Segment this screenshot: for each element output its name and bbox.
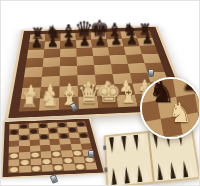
backgammon-point (133, 135, 139, 151)
backgammon-point (162, 162, 169, 179)
checkers-square (85, 162, 98, 169)
checkers-square (41, 164, 53, 171)
light-checker: ● (8, 166, 19, 174)
backgammon-point (175, 161, 182, 178)
backgammon-leaf-left (106, 133, 154, 186)
backgammon-point (115, 137, 121, 153)
backgammon-point (109, 137, 115, 153)
clasp-icon (148, 69, 154, 77)
backgammon-point (142, 164, 149, 181)
backgammon-point (181, 160, 188, 177)
backgammon-point (169, 162, 176, 179)
detail-inset: ♟ ♞ ♞ (140, 77, 200, 139)
backgammon-point (127, 135, 133, 151)
clasp-icon (88, 150, 94, 158)
backgammon-point (130, 165, 137, 182)
bg-point-row (108, 134, 148, 154)
product-photo: ♜♞♝♛♚♝♞♜♟♟♟♟♟♟♟♟♟♟♟♟♟♟♟♟♜♞♝♛♚♝♞♜ ●●●●●●●… (0, 0, 200, 186)
backgammon-point (187, 160, 195, 177)
checkers-board: ●●●●●●●●●●●●●●●●●●●●●●●● (0, 118, 106, 179)
hinge-icon (104, 167, 107, 172)
backgammon-point (111, 167, 117, 185)
checkers-square: ● (8, 166, 19, 174)
light-checker: ● (30, 165, 42, 173)
backgammon-point (156, 163, 163, 180)
checkers-board-grid: ●●●●●●●●●●●●●●●●●●●●●●●● (8, 121, 97, 173)
checkers-square: ● (30, 165, 42, 173)
checkers-square (19, 165, 30, 173)
white-knight-icon: ♞ (168, 99, 192, 126)
bg-point-row (109, 164, 150, 185)
backgammon-point (136, 165, 143, 182)
backgammon-point (121, 136, 127, 152)
backgammon-point (123, 166, 129, 183)
backgammon-board (104, 127, 200, 186)
bg-point-row (155, 159, 197, 180)
backgammon-point (139, 134, 145, 150)
backgammon-point (117, 167, 123, 185)
hinge-icon (103, 145, 106, 150)
